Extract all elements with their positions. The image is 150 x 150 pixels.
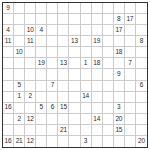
cell-r10-c10[interactable]: 20 <box>114 114 125 125</box>
cell-r11-c4[interactable] <box>47 125 58 136</box>
cell-r11-c6[interactable] <box>69 125 80 136</box>
clue-number: 2 <box>28 93 31 100</box>
clue-number: 4 <box>40 27 43 34</box>
cell-r4-c10[interactable]: 18 <box>114 47 125 58</box>
cell-r4-c3[interactable] <box>36 47 47 58</box>
cell-r9-c2[interactable] <box>25 103 36 114</box>
cell-r4-c0[interactable] <box>3 47 14 58</box>
clue-number: 3 <box>117 104 120 111</box>
cell-r12-c3[interactable] <box>36 136 47 147</box>
cell-r5-c0[interactable] <box>3 58 14 69</box>
cell-r8-c4[interactable] <box>47 92 58 103</box>
cell-r11-c8[interactable] <box>92 125 103 136</box>
cell-r5-c11[interactable]: 7 <box>125 58 136 69</box>
cell-r11-c10[interactable]: 15 <box>114 125 125 136</box>
cell-r5-c2[interactable] <box>25 58 36 69</box>
cell-r2-c4[interactable] <box>47 25 58 36</box>
clue-number: 18 <box>93 60 100 67</box>
clue-number: 7 <box>128 60 131 67</box>
cell-r3-c12[interactable]: 8 <box>136 36 147 47</box>
cell-r2-c11[interactable] <box>125 25 136 36</box>
cell-r2-c5[interactable] <box>58 25 69 36</box>
cell-r8-c5[interactable] <box>58 92 69 103</box>
cell-r4-c2[interactable] <box>25 47 36 58</box>
cell-r4-c6[interactable] <box>69 47 80 58</box>
cell-r5-c3[interactable]: 19 <box>36 58 47 69</box>
cell-r9-c8[interactable] <box>92 103 103 114</box>
cell-r3-c8[interactable]: 19 <box>92 36 103 47</box>
cell-r6-c1[interactable] <box>14 69 25 80</box>
cell-r0-c6[interactable] <box>69 3 80 14</box>
cell-r7-c8[interactable] <box>92 81 103 92</box>
cell-r6-c10[interactable]: 9 <box>114 69 125 80</box>
cell-r7-c0[interactable] <box>3 81 14 92</box>
clue-number: 16 <box>5 104 12 111</box>
cell-r6-c6[interactable] <box>69 69 80 80</box>
clue-number: 17 <box>115 27 122 34</box>
cell-r4-c9[interactable] <box>103 47 114 58</box>
clue-number: 15 <box>115 127 122 134</box>
cell-r8-c1[interactable]: 1 <box>14 92 25 103</box>
cell-r11-c2[interactable] <box>25 125 36 136</box>
cell-r12-c7[interactable]: 3 <box>81 136 92 147</box>
cell-r6-c4[interactable] <box>47 69 58 80</box>
clue-number: 12 <box>27 138 34 145</box>
clue-number: 14 <box>82 93 89 100</box>
cell-r8-c10[interactable] <box>114 92 125 103</box>
cell-r3-c9[interactable] <box>103 36 114 47</box>
cell-r8-c7[interactable]: 14 <box>81 92 92 103</box>
cell-r12-c0[interactable]: 16 <box>3 136 14 147</box>
cell-r3-c2[interactable]: 11 <box>25 36 36 47</box>
cell-r7-c5[interactable] <box>58 81 69 92</box>
cell-r0-c11[interactable] <box>125 3 136 14</box>
cell-r12-c10[interactable] <box>114 136 125 147</box>
cell-r9-c0[interactable]: 16 <box>3 103 14 114</box>
cell-r0-c0[interactable]: 9 <box>3 3 14 14</box>
cell-r7-c12[interactable]: 6 <box>136 81 147 92</box>
cell-r10-c6[interactable] <box>69 114 80 125</box>
cell-r3-c3[interactable] <box>36 36 47 47</box>
cell-r10-c9[interactable] <box>103 114 114 125</box>
cell-r9-c12[interactable] <box>136 103 147 114</box>
cell-r9-c10[interactable]: 3 <box>114 103 125 114</box>
cell-r5-c12[interactable] <box>136 58 147 69</box>
cell-r11-c5[interactable]: 21 <box>58 125 69 136</box>
cell-r11-c0[interactable] <box>3 125 14 136</box>
cell-r5-c5[interactable]: 13 <box>58 58 69 69</box>
cell-r6-c7[interactable] <box>81 69 92 80</box>
cell-r1-c8[interactable] <box>92 14 103 25</box>
cell-r12-c4[interactable] <box>47 136 58 147</box>
cell-r10-c12[interactable] <box>136 114 147 125</box>
cell-r4-c5[interactable] <box>58 47 69 58</box>
cell-r2-c10[interactable]: 17 <box>114 25 125 36</box>
cell-r0-c12[interactable] <box>136 3 147 14</box>
cell-r10-c8[interactable]: 14 <box>92 114 103 125</box>
cell-r0-c1[interactable] <box>14 3 25 14</box>
clue-number: 5 <box>40 104 43 111</box>
cell-r11-c1[interactable] <box>14 125 25 136</box>
clue-number: 8 <box>140 38 143 45</box>
cell-r4-c11[interactable] <box>125 47 136 58</box>
cell-r7-c1[interactable]: 5 <box>14 81 25 92</box>
clue-number: 8 <box>117 16 120 23</box>
cell-r8-c8[interactable] <box>92 92 103 103</box>
cell-r3-c10[interactable] <box>114 36 125 47</box>
cell-r8-c2[interactable]: 2 <box>25 92 36 103</box>
clue-number: 21 <box>60 127 67 134</box>
clue-number: 9 <box>117 71 120 78</box>
cell-r8-c3[interactable] <box>36 92 47 103</box>
clue-number: 6 <box>140 82 143 89</box>
cell-r6-c12[interactable] <box>136 69 147 80</box>
cell-r4-c1[interactable]: 10 <box>14 47 25 58</box>
clue-number: 11 <box>27 38 33 45</box>
clue-number: 17 <box>126 16 133 23</box>
puzzle-board: 9817410417111113198101819131187957612141… <box>2 2 148 148</box>
cell-r9-c5[interactable]: 15 <box>58 103 69 114</box>
clue-number: 21 <box>16 138 23 145</box>
clue-number: 1 <box>17 93 20 100</box>
cell-r12-c12[interactable]: 20 <box>136 136 147 147</box>
cell-r6-c9[interactable] <box>103 69 114 80</box>
cell-r1-c7[interactable] <box>81 14 92 25</box>
cell-r5-c8[interactable]: 18 <box>92 58 103 69</box>
cell-r1-c1[interactable] <box>14 14 25 25</box>
cell-r3-c5[interactable] <box>58 36 69 47</box>
cell-r6-c5[interactable] <box>58 69 69 80</box>
cell-r11-c12[interactable] <box>136 125 147 136</box>
cell-r12-c5[interactable] <box>58 136 69 147</box>
cell-r3-c11[interactable] <box>125 36 136 47</box>
cell-r0-c10[interactable] <box>114 3 125 14</box>
cell-r10-c7[interactable] <box>81 114 92 125</box>
cell-r1-c0[interactable] <box>3 14 14 25</box>
cell-r1-c6[interactable] <box>69 14 80 25</box>
clue-number: 3 <box>84 138 87 145</box>
cell-r4-c8[interactable] <box>92 47 103 58</box>
clue-number: 4 <box>6 27 9 34</box>
cell-r10-c2[interactable]: 12 <box>25 114 36 125</box>
cell-r2-c0[interactable]: 4 <box>3 25 14 36</box>
cell-r9-c1[interactable] <box>14 103 25 114</box>
clue-number: 20 <box>115 116 122 123</box>
cell-r4-c4[interactable] <box>47 47 58 58</box>
clue-number: 1 <box>84 60 87 67</box>
clue-number: 16 <box>5 138 12 145</box>
cell-r1-c5[interactable] <box>58 14 69 25</box>
cell-r10-c0[interactable] <box>3 114 14 125</box>
cell-r3-c0[interactable]: 11 <box>3 36 14 47</box>
cell-r1-c12[interactable] <box>136 14 147 25</box>
cell-r9-c4[interactable]: 6 <box>47 103 58 114</box>
cell-r2-c6[interactable] <box>69 25 80 36</box>
clue-number: 14 <box>93 116 100 123</box>
cell-r7-c10[interactable] <box>114 81 125 92</box>
cell-r5-c10[interactable] <box>114 58 125 69</box>
clue-number: 15 <box>60 104 67 111</box>
cell-r12-c11[interactable] <box>125 136 136 147</box>
cell-r6-c8[interactable] <box>92 69 103 80</box>
cell-r5-c4[interactable] <box>47 58 58 69</box>
cell-r0-c2[interactable] <box>25 3 36 14</box>
cell-r12-c6[interactable] <box>69 136 80 147</box>
cell-r2-c1[interactable] <box>14 25 25 36</box>
cell-r6-c11[interactable] <box>125 69 136 80</box>
cell-r9-c7[interactable] <box>81 103 92 114</box>
cell-r6-c0[interactable] <box>3 69 14 80</box>
cell-r1-c2[interactable] <box>25 14 36 25</box>
cell-r0-c9[interactable] <box>103 3 114 14</box>
clue-number: 7 <box>51 82 54 89</box>
cell-r12-c9[interactable] <box>103 136 114 147</box>
cell-r0-c4[interactable] <box>47 3 58 14</box>
clue-number: 6 <box>51 104 54 111</box>
cell-r8-c0[interactable] <box>3 92 14 103</box>
cell-r2-c2[interactable]: 10 <box>25 25 36 36</box>
cell-r3-c4[interactable] <box>47 36 58 47</box>
clue-number: 2 <box>17 116 20 123</box>
cell-r7-c2[interactable] <box>25 81 36 92</box>
cell-r2-c3[interactable]: 4 <box>36 25 47 36</box>
cell-r8-c9[interactable] <box>103 92 114 103</box>
cell-r5-c1[interactable] <box>14 58 25 69</box>
cell-r8-c11[interactable] <box>125 92 136 103</box>
cell-r11-c9[interactable] <box>103 125 114 136</box>
clue-number: 10 <box>16 49 23 56</box>
cell-r0-c5[interactable] <box>58 3 69 14</box>
cell-r11-c7[interactable] <box>81 125 92 136</box>
cell-r12-c1[interactable]: 21 <box>14 136 25 147</box>
cell-r1-c10[interactable]: 8 <box>114 14 125 25</box>
cell-r4-c7[interactable] <box>81 47 92 58</box>
clue-number: 12 <box>27 116 34 123</box>
cell-r7-c6[interactable] <box>69 81 80 92</box>
cell-r9-c6[interactable] <box>69 103 80 114</box>
cell-r10-c5[interactable] <box>58 114 69 125</box>
cell-r7-c3[interactable] <box>36 81 47 92</box>
cell-r7-c7[interactable] <box>81 81 92 92</box>
cell-r7-c4[interactable]: 7 <box>47 81 58 92</box>
cell-r5-c6[interactable] <box>69 58 80 69</box>
cell-r11-c3[interactable] <box>36 125 47 136</box>
cell-r6-c3[interactable] <box>36 69 47 80</box>
clue-number: 13 <box>60 60 67 67</box>
cell-r1-c3[interactable] <box>36 14 47 25</box>
cell-r3-c1[interactable] <box>14 36 25 47</box>
clue-number: 19 <box>93 38 100 45</box>
clue-number: 10 <box>27 27 34 34</box>
cell-r12-c8[interactable] <box>92 136 103 147</box>
cell-r9-c9[interactable] <box>103 103 114 114</box>
cell-r5-c7[interactable]: 1 <box>81 58 92 69</box>
cell-r9-c3[interactable]: 5 <box>36 103 47 114</box>
cell-r11-c11[interactable] <box>125 125 136 136</box>
clue-number: 19 <box>38 60 45 67</box>
clue-number: 20 <box>138 138 145 145</box>
cell-r7-c11[interactable] <box>125 81 136 92</box>
cell-r3-c7[interactable] <box>81 36 92 47</box>
clue-number: 18 <box>115 49 122 56</box>
cell-r3-c6[interactable]: 13 <box>69 36 80 47</box>
cell-r0-c3[interactable] <box>36 3 47 14</box>
cell-r5-c9[interactable] <box>103 58 114 69</box>
cell-r1-c11[interactable]: 17 <box>125 14 136 25</box>
cell-r2-c7[interactable] <box>81 25 92 36</box>
cell-r7-c9[interactable] <box>103 81 114 92</box>
clue-number: 11 <box>5 38 11 45</box>
cell-r10-c4[interactable] <box>47 114 58 125</box>
cell-r0-c8[interactable] <box>92 3 103 14</box>
clue-number: 13 <box>71 38 78 45</box>
cell-r10-c1[interactable]: 2 <box>14 114 25 125</box>
cell-r8-c12[interactable] <box>136 92 147 103</box>
cell-r1-c9[interactable] <box>103 14 114 25</box>
cell-r9-c11[interactable] <box>125 103 136 114</box>
cell-r8-c6[interactable] <box>69 92 80 103</box>
cell-r2-c12[interactable] <box>136 25 147 36</box>
clue-number: 9 <box>6 5 9 12</box>
cell-r10-c11[interactable] <box>125 114 136 125</box>
cell-r4-c12[interactable] <box>136 47 147 58</box>
cell-r10-c3[interactable] <box>36 114 47 125</box>
cell-r12-c2[interactable]: 12 <box>25 136 36 147</box>
cell-r1-c4[interactable] <box>47 14 58 25</box>
cell-r0-c7[interactable] <box>81 3 92 14</box>
cell-r6-c2[interactable] <box>25 69 36 80</box>
clue-number: 5 <box>17 82 20 89</box>
cell-r2-c9[interactable] <box>103 25 114 36</box>
cell-r2-c8[interactable] <box>92 25 103 36</box>
